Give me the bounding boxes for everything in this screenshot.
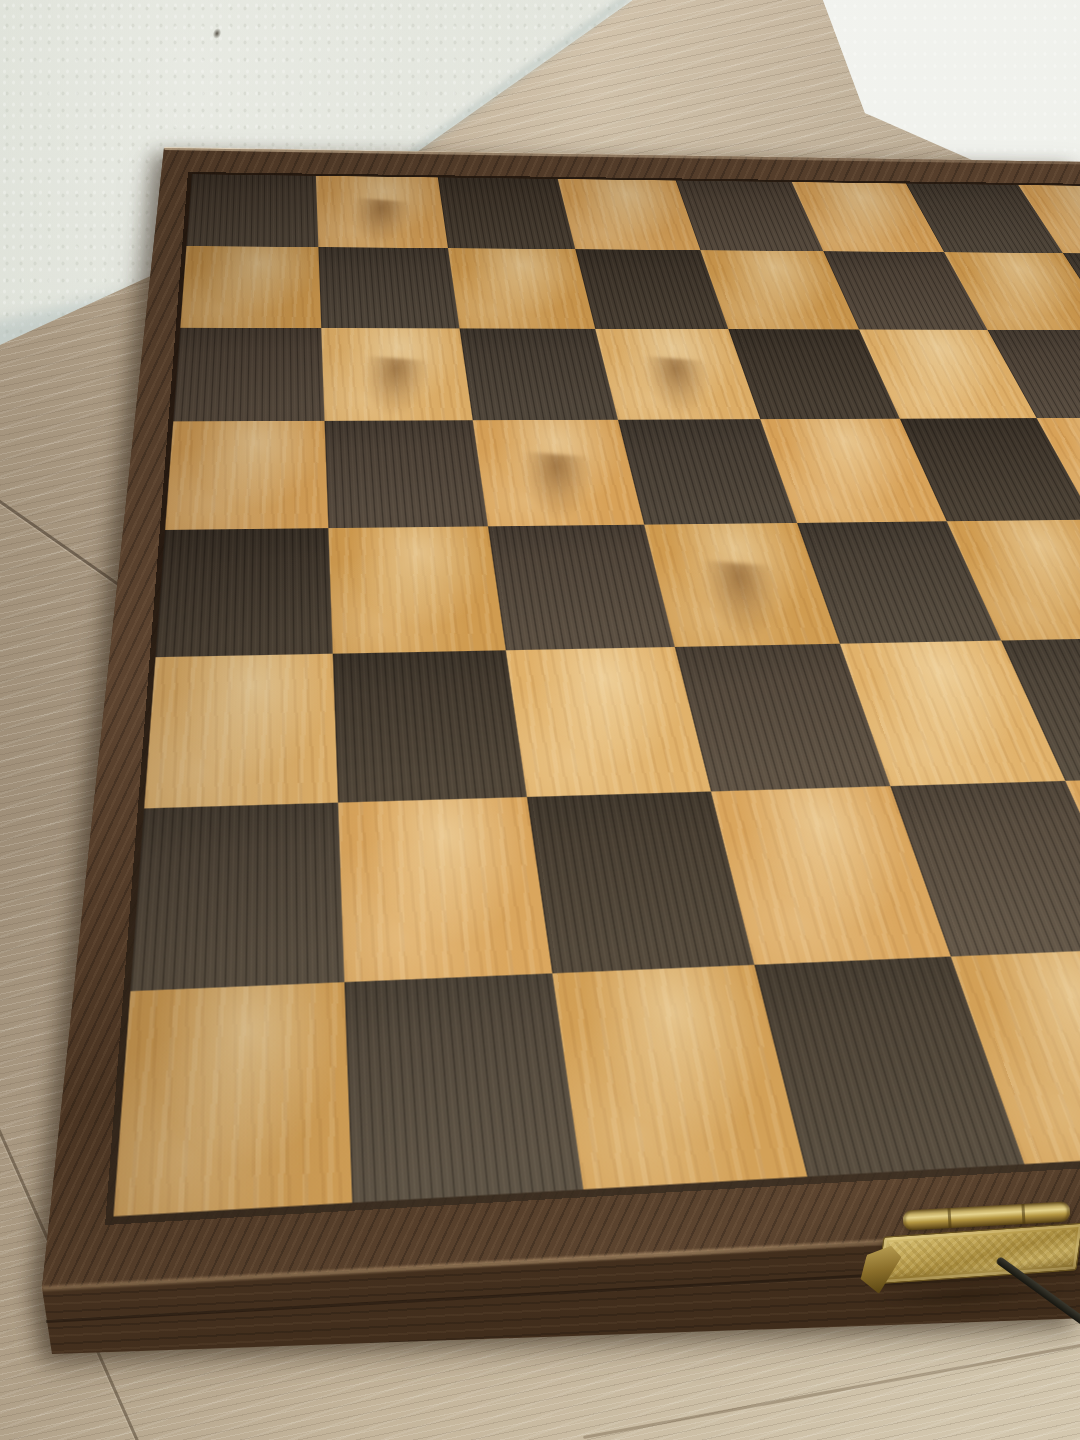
square-b3[interactable] bbox=[333, 650, 527, 802]
square-b5[interactable] bbox=[325, 420, 488, 528]
square-a4[interactable] bbox=[156, 528, 333, 657]
square-a7[interactable] bbox=[180, 246, 321, 328]
square-c6[interactable] bbox=[460, 328, 618, 420]
square-a6[interactable] bbox=[173, 328, 324, 422]
square-c4[interactable] bbox=[488, 525, 675, 651]
square-b1[interactable] bbox=[344, 973, 583, 1202]
square-a2[interactable] bbox=[130, 803, 344, 992]
board-grid bbox=[105, 172, 1080, 1225]
square-c7[interactable] bbox=[448, 248, 595, 329]
square-b4[interactable] bbox=[328, 526, 505, 653]
scene bbox=[0, 0, 1080, 1440]
square-a5[interactable] bbox=[165, 421, 328, 530]
square-a8[interactable] bbox=[186, 174, 318, 247]
square-b8[interactable] bbox=[316, 176, 448, 248]
chess-board bbox=[105, 172, 1080, 1225]
square-a1[interactable] bbox=[114, 982, 353, 1216]
square-c8[interactable] bbox=[438, 177, 575, 249]
chess-case bbox=[0, 0, 1080, 1440]
square-b6[interactable] bbox=[321, 328, 472, 421]
square-c5[interactable] bbox=[473, 420, 644, 527]
square-b7[interactable] bbox=[318, 247, 459, 328]
square-a3[interactable] bbox=[144, 654, 338, 809]
square-b2[interactable] bbox=[338, 797, 552, 982]
